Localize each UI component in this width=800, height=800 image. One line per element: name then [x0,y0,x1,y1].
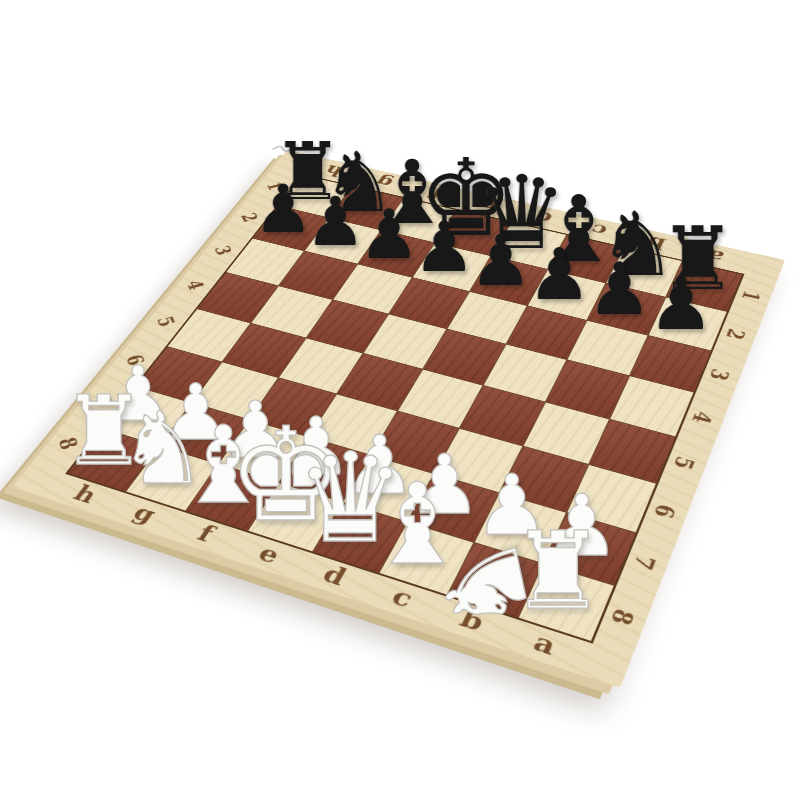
black-pawn-g2[interactable]: ♟ [305,188,365,255]
rank-label-right-4: 4 [689,409,716,426]
rank-label-right-8: 8 [607,606,638,628]
black-pawn-e2[interactable]: ♟ [413,213,475,282]
chess-board-photo-scene: hh11gg22ff33ee44dd55cc66bb77aa88 ♜♞♝♚♛♝♞… [0,0,800,800]
black-pawn-d2[interactable]: ♟ [470,226,533,296]
black-pawn-b2[interactable]: ♟ [587,253,652,325]
black-pawn-h2[interactable]: ♟ [253,176,313,243]
rank-label-right-6: 6 [651,501,680,520]
rank-label-left-4: 4 [184,278,208,292]
rank-label-right-3: 3 [706,367,732,383]
black-pawn-a2[interactable]: ♟ [648,267,714,340]
rank-label-left-5: 5 [154,314,178,328]
rank-label-right-5: 5 [670,454,698,472]
black-pawn-c2[interactable]: ♟ [527,239,591,310]
rank-label-right-1: 1 [739,289,764,303]
white-rook-a8[interactable]: ♜ [510,517,606,624]
rank-label-right-7: 7 [630,552,660,572]
black-pawn-f2[interactable]: ♟ [359,200,420,268]
rank-label-left-3: 3 [212,244,235,257]
rank-label-right-2: 2 [723,327,749,342]
